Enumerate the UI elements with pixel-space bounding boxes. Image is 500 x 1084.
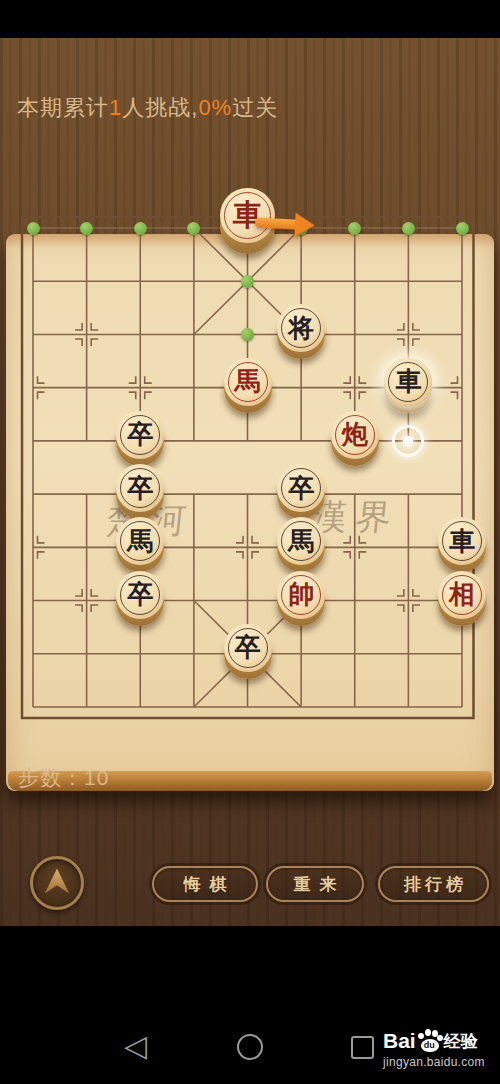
black-piece-馬[interactable]: 馬 (277, 517, 325, 572)
move-dot[interactable] (187, 222, 200, 235)
red-piece-相[interactable]: 相 (438, 571, 486, 626)
move-dot[interactable] (241, 275, 254, 288)
black-piece-卒[interactable]: 卒 (224, 624, 272, 679)
move-dot[interactable] (27, 222, 40, 235)
black-piece-卒[interactable]: 卒 (277, 464, 325, 519)
move-dot[interactable] (348, 222, 361, 235)
black-piece-車[interactable]: 車 (384, 358, 432, 413)
touch-marker (392, 425, 424, 457)
red-piece-炮[interactable]: 炮 (331, 411, 379, 466)
red-piece-帥[interactable]: 帥 (277, 571, 325, 626)
piece-layer: 車将馬車卒炮卒卒馬馬車卒帥相卒 (0, 0, 500, 1084)
app-screen: 本期累计1人挑战,0%过关 楚河 漢界 車将馬車卒炮卒卒馬馬車卒帥相卒 步数：1… (0, 0, 500, 1084)
move-dot[interactable] (80, 222, 93, 235)
move-dot[interactable] (134, 222, 147, 235)
move-dot[interactable] (241, 328, 254, 341)
move-dot[interactable] (456, 222, 469, 235)
move-hint-arrow (254, 210, 315, 237)
black-piece-車[interactable]: 車 (438, 517, 486, 572)
black-piece-将[interactable]: 将 (277, 304, 325, 359)
black-piece-馬[interactable]: 馬 (116, 517, 164, 572)
black-piece-卒[interactable]: 卒 (116, 464, 164, 519)
red-piece-馬[interactable]: 馬 (224, 358, 272, 413)
move-dot[interactable] (402, 222, 415, 235)
black-piece-卒[interactable]: 卒 (116, 571, 164, 626)
black-piece-卒[interactable]: 卒 (116, 411, 164, 466)
